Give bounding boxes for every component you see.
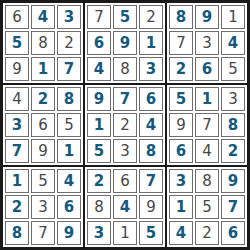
cell-r5c1[interactable]: 3 [5, 113, 29, 137]
cell-r3c1[interactable]: 9 [5, 57, 29, 81]
cell-r9c7[interactable]: 4 [169, 221, 193, 245]
cell-r1c8[interactable]: 9 [195, 5, 219, 29]
cell-r4c6[interactable]: 6 [139, 87, 163, 111]
cell-r8c3[interactable]: 6 [57, 195, 81, 219]
cell-r8c2[interactable]: 3 [31, 195, 55, 219]
cell-r6c9[interactable]: 2 [221, 139, 245, 163]
cell-r2c9[interactable]: 4 [221, 31, 245, 55]
cell-r7c4[interactable]: 2 [87, 169, 111, 193]
cell-r1c1[interactable]: 6 [5, 5, 29, 29]
cell-r4c9[interactable]: 3 [221, 87, 245, 111]
cell-r1c2[interactable]: 4 [31, 5, 55, 29]
cell-r2c5[interactable]: 9 [113, 31, 137, 55]
cell-r7c5[interactable]: 6 [113, 169, 137, 193]
box-r0c1: 752691483 [84, 2, 166, 84]
cell-r2c8[interactable]: 3 [195, 31, 219, 55]
cell-r8c6[interactable]: 9 [139, 195, 163, 219]
cell-r7c9[interactable]: 9 [221, 169, 245, 193]
cell-r4c7[interactable]: 5 [169, 87, 193, 111]
cell-r2c6[interactable]: 1 [139, 31, 163, 55]
cell-r9c9[interactable]: 6 [221, 221, 245, 245]
cell-r7c2[interactable]: 5 [31, 169, 55, 193]
cell-r1c6[interactable]: 2 [139, 5, 163, 29]
cell-r9c6[interactable]: 5 [139, 221, 163, 245]
cell-r5c6[interactable]: 4 [139, 113, 163, 137]
cell-r6c8[interactable]: 4 [195, 139, 219, 163]
cell-r5c9[interactable]: 8 [221, 113, 245, 137]
cell-r8c7[interactable]: 1 [169, 195, 193, 219]
cell-r4c5[interactable]: 7 [113, 87, 137, 111]
cell-r9c4[interactable]: 3 [87, 221, 111, 245]
cell-r5c7[interactable]: 9 [169, 113, 193, 137]
cell-r5c2[interactable]: 6 [31, 113, 55, 137]
cell-r7c8[interactable]: 8 [195, 169, 219, 193]
cell-r1c4[interactable]: 7 [87, 5, 111, 29]
cell-r5c3[interactable]: 5 [57, 113, 81, 137]
cell-r3c8[interactable]: 6 [195, 57, 219, 81]
cell-r8c5[interactable]: 4 [113, 195, 137, 219]
cell-r8c8[interactable]: 5 [195, 195, 219, 219]
cell-r4c3[interactable]: 8 [57, 87, 81, 111]
cell-r6c6[interactable]: 8 [139, 139, 163, 163]
cell-r5c5[interactable]: 2 [113, 113, 137, 137]
cell-r8c9[interactable]: 7 [221, 195, 245, 219]
cell-r4c8[interactable]: 1 [195, 87, 219, 111]
cell-r2c1[interactable]: 5 [5, 31, 29, 55]
box-r2c0: 154236879 [2, 166, 84, 248]
cell-r3c6[interactable]: 3 [139, 57, 163, 81]
cell-r3c5[interactable]: 8 [113, 57, 137, 81]
cell-r4c4[interactable]: 9 [87, 87, 111, 111]
cell-r8c4[interactable]: 8 [87, 195, 111, 219]
cell-r6c2[interactable]: 9 [31, 139, 55, 163]
cell-r2c7[interactable]: 7 [169, 31, 193, 55]
cell-r4c1[interactable]: 4 [5, 87, 29, 111]
cell-r3c4[interactable]: 4 [87, 57, 111, 81]
cell-r3c7[interactable]: 2 [169, 57, 193, 81]
box-r0c0: 643582917 [2, 2, 84, 84]
box-r1c0: 428365791 [2, 84, 84, 166]
cell-r1c7[interactable]: 8 [169, 5, 193, 29]
cell-r4c2[interactable]: 2 [31, 87, 55, 111]
box-r2c1: 267849315 [84, 166, 166, 248]
cell-r6c7[interactable]: 6 [169, 139, 193, 163]
cell-r7c6[interactable]: 7 [139, 169, 163, 193]
cell-r5c4[interactable]: 1 [87, 113, 111, 137]
cell-r6c5[interactable]: 3 [113, 139, 137, 163]
box-r0c2: 891734265 [166, 2, 248, 84]
cell-r5c8[interactable]: 7 [195, 113, 219, 137]
cell-r9c3[interactable]: 9 [57, 221, 81, 245]
cell-r1c5[interactable]: 5 [113, 5, 137, 29]
cell-r7c7[interactable]: 3 [169, 169, 193, 193]
cell-r1c3[interactable]: 3 [57, 5, 81, 29]
cell-r1c9[interactable]: 1 [221, 5, 245, 29]
cell-r3c9[interactable]: 5 [221, 57, 245, 81]
cell-r7c1[interactable]: 1 [5, 169, 29, 193]
cell-r2c2[interactable]: 8 [31, 31, 55, 55]
cell-r2c4[interactable]: 6 [87, 31, 111, 55]
cell-r6c4[interactable]: 5 [87, 139, 111, 163]
box-r2c2: 389157426 [166, 166, 248, 248]
sudoku-board: 6435829177526914838917342654283657919761… [0, 0, 250, 250]
cell-r9c2[interactable]: 7 [31, 221, 55, 245]
cell-r7c3[interactable]: 4 [57, 169, 81, 193]
box-r1c2: 513978642 [166, 84, 248, 166]
cell-r9c5[interactable]: 1 [113, 221, 137, 245]
cell-r6c1[interactable]: 7 [5, 139, 29, 163]
cell-r3c3[interactable]: 7 [57, 57, 81, 81]
cell-r2c3[interactable]: 2 [57, 31, 81, 55]
cell-r8c1[interactable]: 2 [5, 195, 29, 219]
box-r1c1: 976124538 [84, 84, 166, 166]
cell-r6c3[interactable]: 1 [57, 139, 81, 163]
cell-r9c8[interactable]: 2 [195, 221, 219, 245]
cell-r3c2[interactable]: 1 [31, 57, 55, 81]
cell-r9c1[interactable]: 8 [5, 221, 29, 245]
